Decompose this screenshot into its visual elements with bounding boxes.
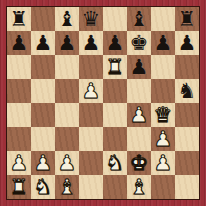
board-frame: ♜♝♛♝♜♟♟♟♟♟♚♟♟♜♟♟♞♟♛♟♟♟♟♞♚♟♜♞♝♝ — [0, 0, 206, 206]
piece-white-pawn[interactable]: ♟ — [151, 151, 175, 175]
square-b3[interactable] — [31, 127, 55, 151]
square-h8[interactable]: ♜ — [175, 7, 199, 31]
square-c1[interactable]: ♝ — [55, 175, 79, 199]
piece-black-pawn[interactable]: ♟ — [103, 31, 127, 55]
piece-black-queen[interactable]: ♛ — [79, 7, 103, 31]
square-f6[interactable]: ♟ — [127, 55, 151, 79]
square-d3[interactable] — [79, 127, 103, 151]
square-g5[interactable] — [151, 79, 175, 103]
square-a7[interactable]: ♟ — [7, 31, 31, 55]
piece-white-pawn[interactable]: ♟ — [31, 151, 55, 175]
square-h7[interactable]: ♟ — [175, 31, 199, 55]
square-b7[interactable]: ♟ — [31, 31, 55, 55]
square-b1[interactable]: ♞ — [31, 175, 55, 199]
square-e4[interactable] — [103, 103, 127, 127]
square-e2[interactable]: ♞ — [103, 151, 127, 175]
square-c8[interactable]: ♝ — [55, 7, 79, 31]
piece-white-pawn[interactable]: ♟ — [55, 151, 79, 175]
piece-white-rook[interactable]: ♜ — [103, 55, 127, 79]
square-g1[interactable] — [151, 175, 175, 199]
piece-black-pawn[interactable]: ♟ — [175, 31, 199, 55]
piece-white-bishop[interactable]: ♝ — [127, 175, 151, 199]
piece-white-pawn[interactable]: ♟ — [127, 103, 151, 127]
square-g8[interactable] — [151, 7, 175, 31]
piece-black-rook[interactable]: ♜ — [175, 7, 199, 31]
piece-black-bishop[interactable]: ♝ — [127, 7, 151, 31]
square-f5[interactable] — [127, 79, 151, 103]
square-f7[interactable]: ♚ — [127, 31, 151, 55]
square-g3[interactable]: ♟ — [151, 127, 175, 151]
square-e3[interactable] — [103, 127, 127, 151]
piece-black-bishop[interactable]: ♝ — [55, 7, 79, 31]
square-g6[interactable] — [151, 55, 175, 79]
square-a6[interactable] — [7, 55, 31, 79]
square-a3[interactable] — [7, 127, 31, 151]
square-d2[interactable] — [79, 151, 103, 175]
square-f3[interactable] — [127, 127, 151, 151]
square-c3[interactable] — [55, 127, 79, 151]
piece-white-pawn[interactable]: ♟ — [7, 151, 31, 175]
piece-black-rook[interactable]: ♜ — [7, 7, 31, 31]
square-g7[interactable]: ♟ — [151, 31, 175, 55]
chess-board: ♜♝♛♝♜♟♟♟♟♟♚♟♟♜♟♟♞♟♛♟♟♟♟♞♚♟♜♞♝♝ — [6, 6, 200, 200]
square-c6[interactable] — [55, 55, 79, 79]
piece-white-rook[interactable]: ♜ — [7, 175, 31, 199]
square-g4[interactable]: ♛ — [151, 103, 175, 127]
square-c7[interactable]: ♟ — [55, 31, 79, 55]
square-h1[interactable] — [175, 175, 199, 199]
square-g2[interactable]: ♟ — [151, 151, 175, 175]
square-d6[interactable] — [79, 55, 103, 79]
square-d5[interactable]: ♟ — [79, 79, 103, 103]
square-b2[interactable]: ♟ — [31, 151, 55, 175]
square-b8[interactable] — [31, 7, 55, 31]
piece-white-bishop[interactable]: ♝ — [55, 175, 79, 199]
square-d8[interactable]: ♛ — [79, 7, 103, 31]
square-e1[interactable] — [103, 175, 127, 199]
square-e5[interactable] — [103, 79, 127, 103]
piece-black-pawn[interactable]: ♟ — [127, 55, 151, 79]
square-e8[interactable] — [103, 7, 127, 31]
square-h4[interactable] — [175, 103, 199, 127]
piece-white-pawn[interactable]: ♟ — [151, 127, 175, 151]
piece-white-knight[interactable]: ♞ — [103, 151, 127, 175]
square-f4[interactable]: ♟ — [127, 103, 151, 127]
square-b5[interactable] — [31, 79, 55, 103]
square-c2[interactable]: ♟ — [55, 151, 79, 175]
piece-white-queen[interactable]: ♛ — [151, 103, 175, 127]
piece-black-knight[interactable]: ♞ — [175, 79, 199, 103]
piece-black-pawn[interactable]: ♟ — [7, 31, 31, 55]
piece-black-pawn[interactable]: ♟ — [55, 31, 79, 55]
square-h5[interactable]: ♞ — [175, 79, 199, 103]
square-a1[interactable]: ♜ — [7, 175, 31, 199]
piece-white-knight[interactable]: ♞ — [31, 175, 55, 199]
piece-black-king[interactable]: ♚ — [127, 31, 151, 55]
square-d4[interactable] — [79, 103, 103, 127]
square-a8[interactable]: ♜ — [7, 7, 31, 31]
square-c4[interactable] — [55, 103, 79, 127]
square-c5[interactable] — [55, 79, 79, 103]
piece-white-pawn[interactable]: ♟ — [79, 79, 103, 103]
piece-black-pawn[interactable]: ♟ — [79, 31, 103, 55]
square-d7[interactable]: ♟ — [79, 31, 103, 55]
piece-white-king[interactable]: ♚ — [127, 151, 151, 175]
square-e7[interactable]: ♟ — [103, 31, 127, 55]
square-b4[interactable] — [31, 103, 55, 127]
square-f8[interactable]: ♝ — [127, 7, 151, 31]
square-a4[interactable] — [7, 103, 31, 127]
square-b6[interactable] — [31, 55, 55, 79]
square-d1[interactable] — [79, 175, 103, 199]
piece-black-pawn[interactable]: ♟ — [31, 31, 55, 55]
square-h3[interactable] — [175, 127, 199, 151]
square-h2[interactable] — [175, 151, 199, 175]
square-f1[interactable]: ♝ — [127, 175, 151, 199]
square-h6[interactable] — [175, 55, 199, 79]
square-e6[interactable]: ♜ — [103, 55, 127, 79]
square-a2[interactable]: ♟ — [7, 151, 31, 175]
square-a5[interactable] — [7, 79, 31, 103]
piece-black-pawn[interactable]: ♟ — [151, 31, 175, 55]
square-f2[interactable]: ♚ — [127, 151, 151, 175]
